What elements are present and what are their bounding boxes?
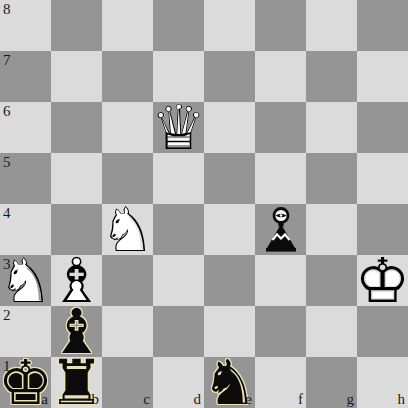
square-c4[interactable]: ♞♘ — [102, 204, 153, 255]
square-h6[interactable] — [357, 102, 408, 153]
square-g2[interactable] — [306, 306, 357, 357]
square-c7[interactable] — [102, 51, 153, 102]
chess-board: 876♛♕54♞♘3♞♘♝♗♚♔2♝1a♚b♜cde♞fgh — [0, 0, 408, 408]
rank-label-4: 4 — [3, 206, 11, 221]
square-b6[interactable] — [51, 102, 102, 153]
piece-white-queen-d6-icon[interactable]: ♛♕ — [153, 102, 204, 153]
square-c1[interactable]: c — [102, 357, 153, 408]
knight-glyph-outline: ♘ — [102, 204, 153, 255]
square-e1[interactable]: e♞ — [204, 357, 255, 408]
square-b7[interactable] — [51, 51, 102, 102]
square-f5[interactable] — [255, 153, 306, 204]
square-a8[interactable]: 8 — [0, 0, 51, 51]
rank-label-5: 5 — [3, 155, 11, 170]
piece-black-knight-e1-icon[interactable]: ♞ — [204, 357, 255, 408]
square-f1[interactable]: f — [255, 357, 306, 408]
square-e5[interactable] — [204, 153, 255, 204]
square-a6[interactable]: 6 — [0, 102, 51, 153]
file-label-h: h — [398, 392, 406, 407]
square-g8[interactable] — [306, 0, 357, 51]
piece-white-knight-a3-icon[interactable]: ♞♘ — [0, 255, 51, 306]
square-g5[interactable] — [306, 153, 357, 204]
queen-glyph-outline: ♕ — [153, 102, 204, 153]
piece-black-bishop-f4-icon[interactable] — [255, 204, 306, 255]
square-g3[interactable] — [306, 255, 357, 306]
square-a7[interactable]: 7 — [0, 51, 51, 102]
piece-white-knight-c4-icon[interactable]: ♞♘ — [102, 204, 153, 255]
rook-glyph: ♜ — [51, 357, 102, 408]
square-h8[interactable] — [357, 0, 408, 51]
square-h7[interactable] — [357, 51, 408, 102]
square-f7[interactable] — [255, 51, 306, 102]
square-g7[interactable] — [306, 51, 357, 102]
square-d3[interactable] — [153, 255, 204, 306]
square-c6[interactable] — [102, 102, 153, 153]
square-c2[interactable] — [102, 306, 153, 357]
square-g1[interactable]: g — [306, 357, 357, 408]
file-label-f: f — [298, 392, 303, 407]
square-d8[interactable] — [153, 0, 204, 51]
square-d4[interactable] — [153, 204, 204, 255]
square-f2[interactable] — [255, 306, 306, 357]
square-a1[interactable]: 1a♚ — [0, 357, 51, 408]
piece-white-king-h3-icon[interactable]: ♚♔ — [357, 255, 408, 306]
king-glyph: ♚ — [0, 357, 51, 408]
square-e8[interactable] — [204, 0, 255, 51]
piece-black-rook-b1-icon[interactable]: ♜ — [51, 357, 102, 408]
square-f4[interactable] — [255, 204, 306, 255]
square-a5[interactable]: 5 — [0, 153, 51, 204]
file-label-d: d — [194, 392, 202, 407]
knight-glyph-outline: ♘ — [0, 255, 51, 306]
rank-label-8: 8 — [3, 2, 11, 17]
square-f3[interactable] — [255, 255, 306, 306]
square-h1[interactable]: h — [357, 357, 408, 408]
square-e7[interactable] — [204, 51, 255, 102]
square-f6[interactable] — [255, 102, 306, 153]
square-f8[interactable] — [255, 0, 306, 51]
square-g6[interactable] — [306, 102, 357, 153]
square-e4[interactable] — [204, 204, 255, 255]
square-g4[interactable] — [306, 204, 357, 255]
square-c8[interactable] — [102, 0, 153, 51]
king-glyph-outline: ♔ — [357, 255, 408, 306]
file-label-g: g — [347, 392, 355, 407]
square-d6[interactable]: ♛♕ — [153, 102, 204, 153]
square-e3[interactable] — [204, 255, 255, 306]
square-d2[interactable] — [153, 306, 204, 357]
square-h5[interactable] — [357, 153, 408, 204]
piece-black-king-a1-icon[interactable]: ♚ — [0, 357, 51, 408]
square-b1[interactable]: b♜ — [51, 357, 102, 408]
square-b8[interactable] — [51, 0, 102, 51]
square-b5[interactable] — [51, 153, 102, 204]
knight-glyph: ♞ — [204, 357, 255, 408]
file-label-c: c — [143, 392, 150, 407]
square-a3[interactable]: 3♞♘ — [0, 255, 51, 306]
rank-label-7: 7 — [3, 53, 11, 68]
square-h3[interactable]: ♚♔ — [357, 255, 408, 306]
square-e6[interactable] — [204, 102, 255, 153]
rank-label-6: 6 — [3, 104, 11, 119]
square-d1[interactable]: d — [153, 357, 204, 408]
